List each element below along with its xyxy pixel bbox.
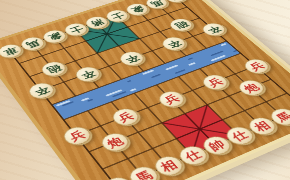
piece-character: 馬 — [148, 0, 165, 7]
piece-character: 兵 — [206, 76, 225, 88]
piece-character: 砲 — [45, 63, 63, 74]
piece-character: 車 — [2, 46, 19, 57]
piece-character: 兵 — [162, 93, 181, 105]
piece-grid: 車馬象士將士象馬車砲砲卒卒卒卒卒兵兵兵兵兵炮炮車馬相仕帥仕相馬車 — [0, 0, 290, 180]
piece-character: 馬 — [24, 39, 41, 49]
piece-character: 卒 — [32, 85, 51, 97]
piece-character: 炮 — [105, 135, 125, 149]
piece-character: 仕 — [183, 148, 204, 162]
piece-character: 馬 — [274, 110, 290, 123]
piece-character: 仕 — [229, 129, 250, 143]
piece-character: 士 — [67, 25, 84, 35]
xiangqi-board: 車馬象士將士象馬車砲砲卒卒卒卒卒兵兵兵兵兵炮炮車馬相仕帥仕相馬車 — [0, 0, 290, 180]
piece-character: 象 — [129, 5, 146, 14]
piece-character: 兵 — [247, 61, 266, 72]
piece-character: 卒 — [165, 39, 183, 49]
piece-character: 馬 — [133, 169, 154, 180]
piece-character: 相 — [252, 120, 273, 133]
piece-character: 象 — [46, 32, 63, 42]
piece-character: 帥 — [206, 138, 227, 152]
piece-character: 士 — [109, 11, 126, 20]
piece-character: 炮 — [242, 82, 261, 94]
piece-character: 兵 — [67, 129, 87, 143]
piece-character: 兵 — [116, 110, 136, 123]
piece-character: 卒 — [205, 25, 223, 35]
piece-character: 相 — [158, 158, 179, 173]
piece-character: 卒 — [123, 53, 141, 64]
piece-character: 砲 — [173, 20, 190, 30]
piece-character: 卒 — [79, 69, 97, 80]
table-surface: 車馬象士將士象馬車砲砲卒卒卒卒卒兵兵兵兵兵炮炮車馬相仕帥仕相馬車 — [0, 0, 290, 180]
piece-character: 將 — [88, 18, 105, 28]
